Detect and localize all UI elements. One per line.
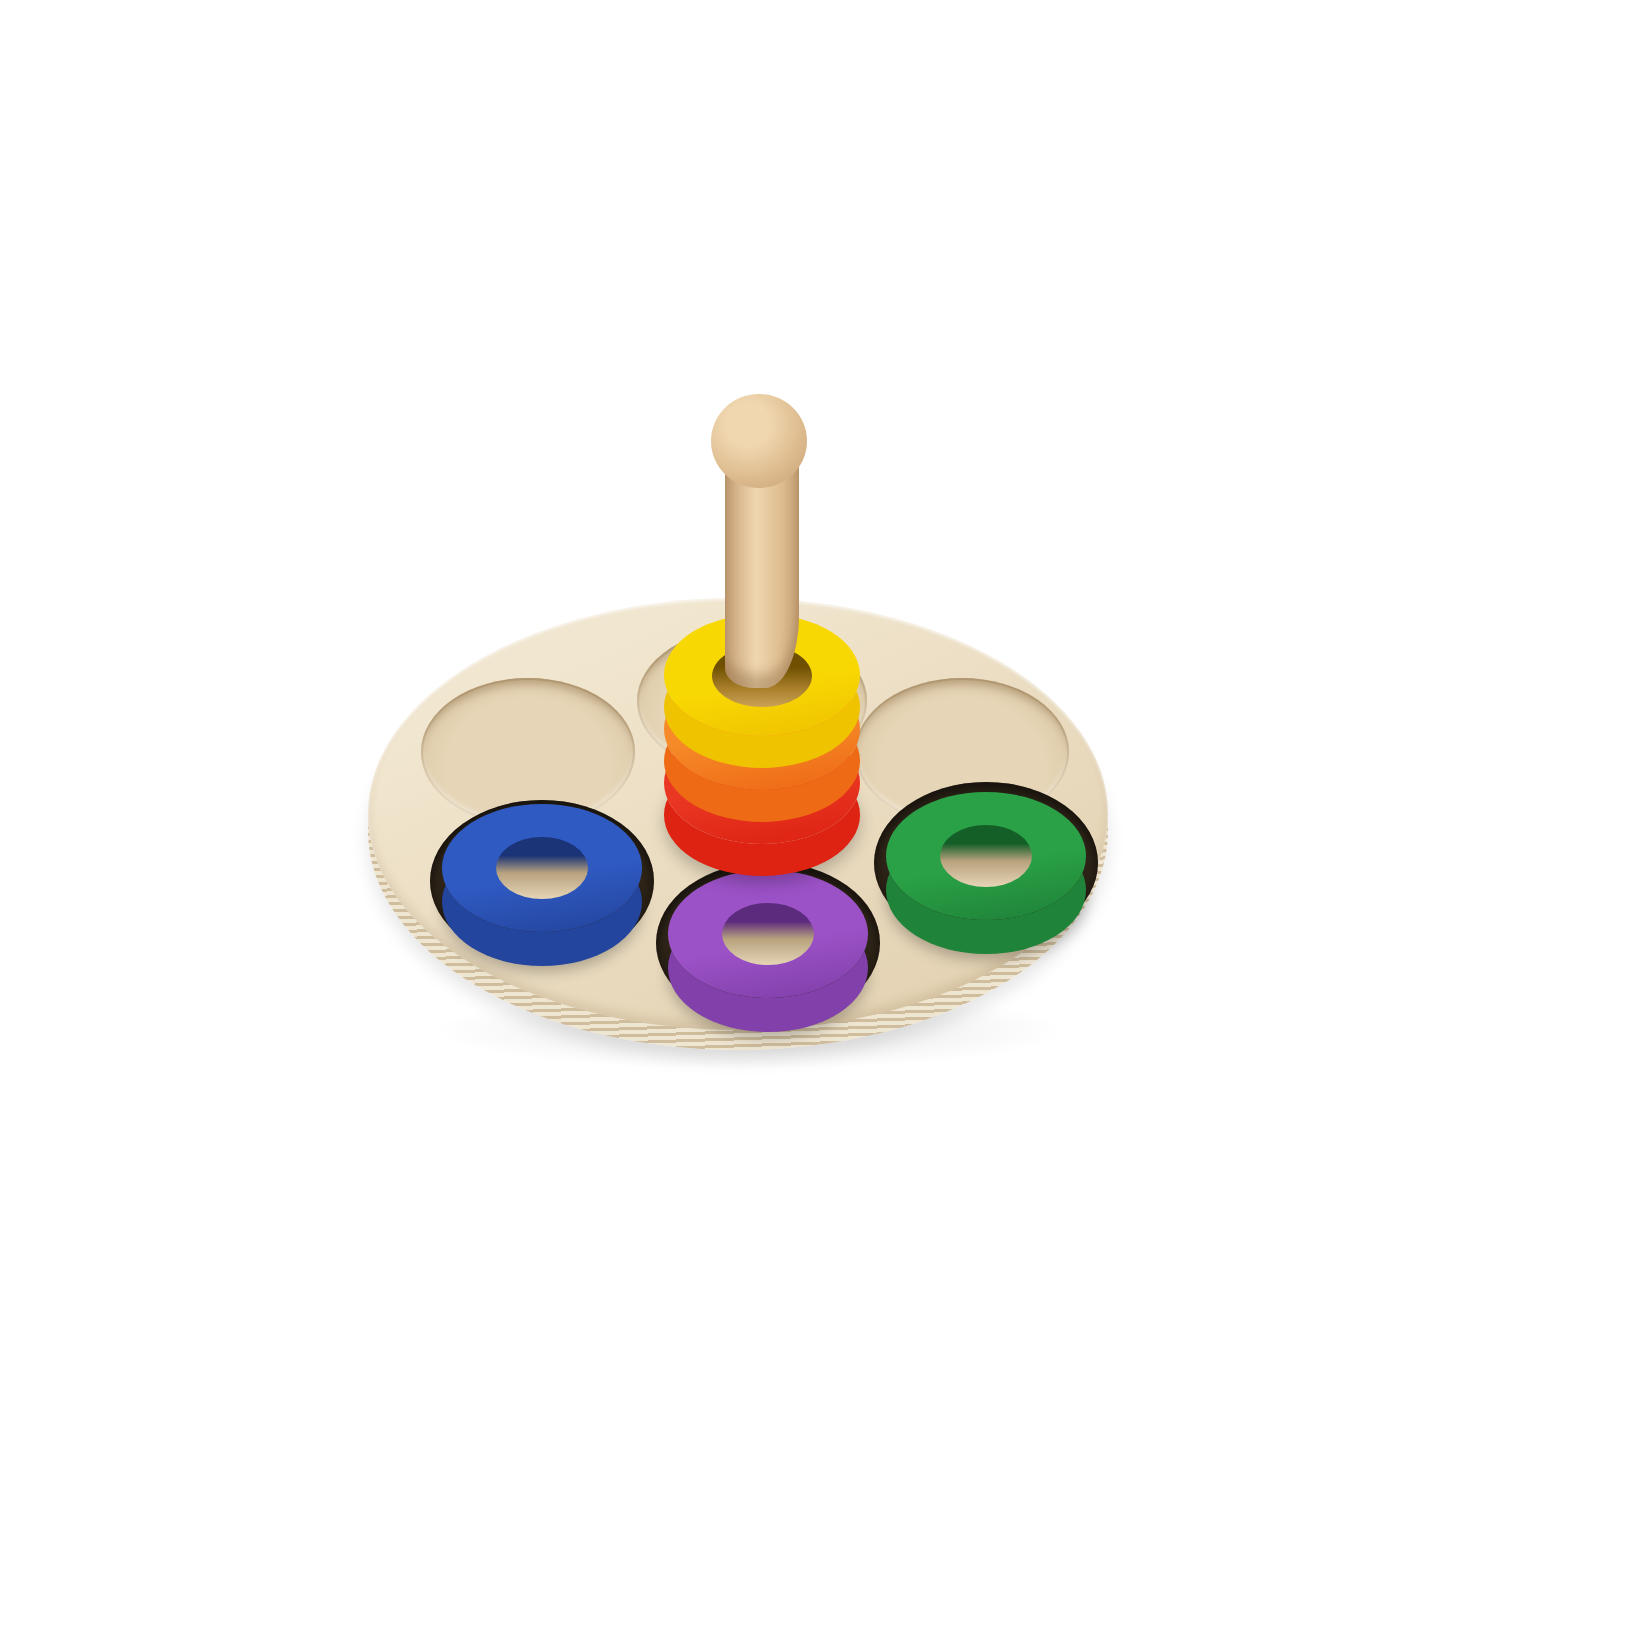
blue-ring[interactable] [442, 804, 642, 932]
blue-ring-hole [496, 837, 588, 899]
scene: Round wooden Montessori stacking toy: a … [0, 0, 1650, 1650]
purple-ring-hole [722, 903, 814, 965]
peg-ball-knob[interactable] [711, 394, 807, 488]
purple-ring[interactable] [668, 870, 868, 998]
green-ring[interactable] [886, 792, 1086, 920]
green-ring-hole [940, 825, 1032, 887]
